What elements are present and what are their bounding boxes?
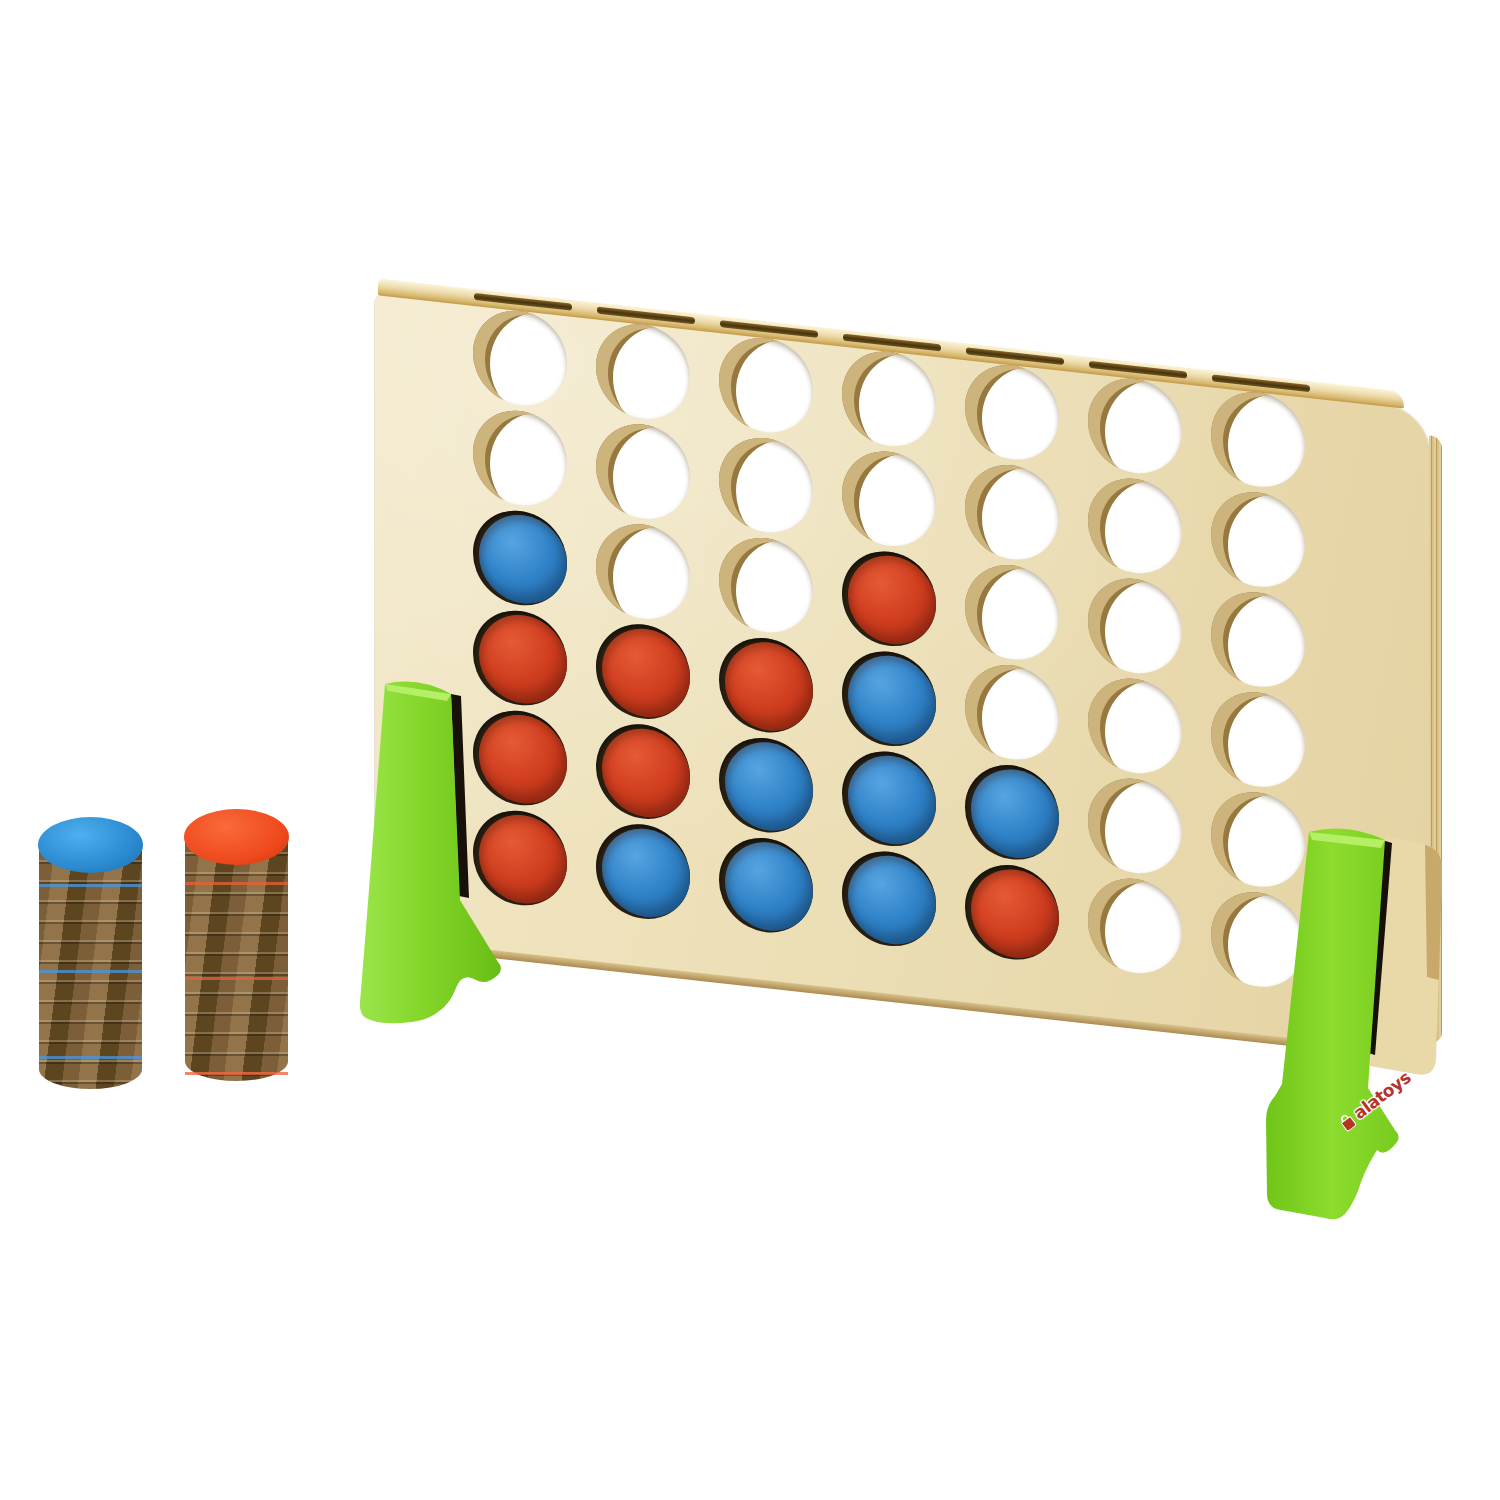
right-stand <box>1255 820 1455 1230</box>
cell-b6[interactable] <box>596 319 690 423</box>
blue-disc <box>479 510 567 608</box>
drop-slot-d[interactable] <box>843 334 941 352</box>
blue-disc <box>848 651 936 749</box>
cell-d3[interactable] <box>842 647 936 751</box>
cell-g6[interactable] <box>1211 387 1305 491</box>
left-stand-body <box>360 682 501 1024</box>
drop-slot-g[interactable] <box>1212 374 1310 392</box>
board-corner-ply-edge <box>1425 845 1442 980</box>
red-disc <box>848 551 936 649</box>
cell-e6[interactable] <box>965 360 1059 464</box>
cell-d5[interactable] <box>842 447 936 551</box>
drop-slot-f[interactable] <box>1089 361 1187 379</box>
cell-g5[interactable] <box>1211 487 1305 591</box>
cell-b1[interactable] <box>596 819 690 923</box>
cell-e1[interactable] <box>965 860 1059 964</box>
cell-e5[interactable] <box>965 460 1059 564</box>
cell-c3[interactable] <box>719 633 813 737</box>
blue-disc <box>848 851 936 949</box>
cell-b2[interactable] <box>596 719 690 823</box>
cell-c5[interactable] <box>719 433 813 537</box>
cell-a6[interactable] <box>473 306 567 410</box>
cell-f3[interactable] <box>1088 674 1182 778</box>
cell-f1[interactable] <box>1088 874 1182 978</box>
cell-b5[interactable] <box>596 419 690 523</box>
drop-slot-e[interactable] <box>966 347 1064 365</box>
cell-g4[interactable] <box>1211 587 1305 691</box>
red-disc <box>602 724 690 822</box>
cell-f5[interactable] <box>1088 474 1182 578</box>
drop-slot-c[interactable] <box>720 320 818 338</box>
cell-d6[interactable] <box>842 347 936 451</box>
cell-c2[interactable] <box>719 733 813 837</box>
drop-slot-b[interactable] <box>597 307 695 325</box>
red-disc-stack[interactable] <box>184 809 289 1081</box>
cell-b4[interactable] <box>596 519 690 623</box>
cell-f6[interactable] <box>1088 374 1182 478</box>
cell-c4[interactable] <box>719 533 813 637</box>
cell-d2[interactable] <box>842 747 936 851</box>
cell-d1[interactable] <box>842 847 936 951</box>
cell-e2[interactable] <box>965 760 1059 864</box>
blue-disc <box>971 765 1059 863</box>
cell-c1[interactable] <box>719 833 813 937</box>
blue-disc <box>725 838 813 936</box>
red-stack-top-disc[interactable] <box>184 809 289 865</box>
cell-a5[interactable] <box>473 406 567 510</box>
blue-disc <box>602 824 690 922</box>
cell-e3[interactable] <box>965 660 1059 764</box>
cell-c6[interactable] <box>719 333 813 437</box>
blue-disc-stack[interactable] <box>38 817 143 1089</box>
scene: alatoys <box>0 0 1500 1500</box>
red-disc <box>602 624 690 722</box>
blue-stack-top-disc[interactable] <box>38 817 143 873</box>
cell-f4[interactable] <box>1088 574 1182 678</box>
blue-stack-edge-tint <box>39 844 142 1089</box>
cell-d4[interactable] <box>842 547 936 651</box>
red-disc <box>971 865 1059 963</box>
cell-a4[interactable] <box>473 506 567 610</box>
cell-g3[interactable] <box>1211 687 1305 791</box>
red-stack-edge-tint <box>185 836 288 1081</box>
blue-disc <box>848 751 936 849</box>
red-disc <box>725 638 813 736</box>
cell-b3[interactable] <box>596 619 690 723</box>
blue-disc <box>725 738 813 836</box>
cell-e4[interactable] <box>965 560 1059 664</box>
left-stand <box>352 670 537 1035</box>
drop-slot-a[interactable] <box>474 293 572 311</box>
cell-f2[interactable] <box>1088 774 1182 878</box>
